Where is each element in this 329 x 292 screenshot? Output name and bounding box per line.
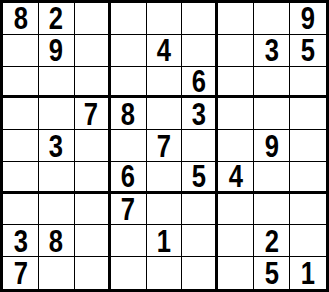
cell-r6c5[interactable] [147, 162, 183, 194]
cell-r4c6[interactable]: 3 [182, 98, 218, 130]
cell-r9c3[interactable] [75, 257, 111, 289]
cell-digit: 1 [157, 225, 171, 256]
cell-r1c2[interactable]: 2 [39, 3, 75, 35]
cell-r7c7[interactable] [218, 194, 254, 226]
cell-r2c3[interactable] [75, 35, 111, 67]
cell-digit: 7 [121, 194, 135, 225]
cell-r7c8[interactable] [254, 194, 290, 226]
cell-digit: 4 [229, 162, 243, 192]
cell-r7c3[interactable] [75, 194, 111, 226]
cell-r9c8[interactable]: 5 [254, 257, 290, 289]
cell-r3c1[interactable] [3, 67, 39, 99]
cell-r9c4[interactable] [111, 257, 147, 289]
cell-digit: 8 [121, 98, 135, 129]
cell-r3c4[interactable] [111, 67, 147, 99]
cell-r6c1[interactable] [3, 162, 39, 194]
cell-r5c1[interactable] [3, 130, 39, 162]
cell-r3c7[interactable] [218, 67, 254, 99]
cell-r8c1[interactable]: 3 [3, 225, 39, 257]
cell-r8c9[interactable] [290, 225, 326, 257]
cell-r2c5[interactable]: 4 [147, 35, 183, 67]
cell-r5c2[interactable]: 3 [39, 130, 75, 162]
cell-digit: 9 [49, 35, 63, 66]
cell-r4c3[interactable]: 7 [75, 98, 111, 130]
cell-r3c6[interactable]: 6 [182, 67, 218, 99]
cell-r5c7[interactable] [218, 130, 254, 162]
cell-r5c5[interactable]: 7 [147, 130, 183, 162]
sudoku-board: 8299435678337965473812751 [0, 0, 329, 292]
cell-r7c5[interactable] [147, 194, 183, 226]
cell-r5c8[interactable]: 9 [254, 130, 290, 162]
cell-r4c4[interactable]: 8 [111, 98, 147, 130]
cell-digit: 5 [301, 35, 315, 66]
cell-r4c5[interactable] [147, 98, 183, 130]
cell-r2c2[interactable]: 9 [39, 35, 75, 67]
cell-r5c6[interactable] [182, 130, 218, 162]
cell-r2c8[interactable]: 3 [254, 35, 290, 67]
cell-digit: 2 [49, 3, 63, 34]
cell-digit: 7 [157, 130, 171, 161]
cell-r8c5[interactable]: 1 [147, 225, 183, 257]
cell-r3c5[interactable] [147, 67, 183, 99]
cell-r1c8[interactable] [254, 3, 290, 35]
cell-digit: 9 [265, 130, 279, 161]
cell-r2c1[interactable] [3, 35, 39, 67]
cell-r3c3[interactable] [75, 67, 111, 99]
cell-r6c2[interactable] [39, 162, 75, 194]
cell-r7c1[interactable] [3, 194, 39, 226]
cell-r3c8[interactable] [254, 67, 290, 99]
cell-digit: 9 [301, 3, 315, 34]
cell-r1c1[interactable]: 8 [3, 3, 39, 35]
cell-r6c7[interactable]: 4 [218, 162, 254, 194]
cell-r9c1[interactable]: 7 [3, 257, 39, 289]
cell-r3c2[interactable] [39, 67, 75, 99]
cell-r8c7[interactable] [218, 225, 254, 257]
cell-digit: 6 [121, 162, 135, 192]
cell-r4c1[interactable] [3, 98, 39, 130]
cell-digit: 3 [192, 98, 206, 129]
cell-digit: 5 [192, 162, 206, 192]
cell-digit: 7 [84, 98, 98, 129]
cell-r9c6[interactable] [182, 257, 218, 289]
cell-r7c4[interactable]: 7 [111, 194, 147, 226]
cell-r2c4[interactable] [111, 35, 147, 67]
cell-r1c3[interactable] [75, 3, 111, 35]
cell-r6c6[interactable]: 5 [182, 162, 218, 194]
cell-r3c9[interactable] [290, 67, 326, 99]
cell-r4c9[interactable] [290, 98, 326, 130]
cell-digit: 5 [265, 257, 279, 289]
cell-r5c9[interactable] [290, 130, 326, 162]
cell-r4c2[interactable] [39, 98, 75, 130]
cell-r7c2[interactable] [39, 194, 75, 226]
cell-r8c8[interactable]: 2 [254, 225, 290, 257]
cell-digit: 7 [13, 257, 27, 289]
cell-r8c4[interactable] [111, 225, 147, 257]
cell-r6c8[interactable] [254, 162, 290, 194]
cell-digit: 3 [49, 130, 63, 161]
cell-r1c6[interactable] [182, 3, 218, 35]
cell-r6c3[interactable] [75, 162, 111, 194]
cell-digit: 4 [157, 35, 171, 66]
cell-r8c2[interactable]: 8 [39, 225, 75, 257]
cell-r8c3[interactable] [75, 225, 111, 257]
cell-r2c9[interactable]: 5 [290, 35, 326, 67]
cell-r9c7[interactable] [218, 257, 254, 289]
cell-r6c4[interactable]: 6 [111, 162, 147, 194]
cell-r7c9[interactable] [290, 194, 326, 226]
cell-r1c9[interactable]: 9 [290, 3, 326, 35]
cell-digit: 3 [265, 35, 279, 66]
cell-r7c6[interactable] [182, 194, 218, 226]
cell-digit: 8 [49, 225, 63, 256]
cell-r6c9[interactable] [290, 162, 326, 194]
cell-r9c5[interactable] [147, 257, 183, 289]
cell-r2c7[interactable] [218, 35, 254, 67]
cell-r1c7[interactable] [218, 3, 254, 35]
cell-r4c7[interactable] [218, 98, 254, 130]
cell-r5c4[interactable] [111, 130, 147, 162]
cell-r8c6[interactable] [182, 225, 218, 257]
cell-r2c6[interactable] [182, 35, 218, 67]
cell-digit: 8 [13, 3, 27, 34]
cell-digit: 3 [13, 225, 27, 256]
cell-digit: 1 [301, 257, 315, 289]
cell-r5c3[interactable] [75, 130, 111, 162]
cell-digit: 2 [265, 225, 279, 256]
cell-r1c4[interactable] [111, 3, 147, 35]
cell-r9c9[interactable]: 1 [290, 257, 326, 289]
cell-r9c2[interactable] [39, 257, 75, 289]
cell-r4c8[interactable] [254, 98, 290, 130]
cell-r1c5[interactable] [147, 3, 183, 35]
cell-digit: 6 [192, 67, 206, 97]
